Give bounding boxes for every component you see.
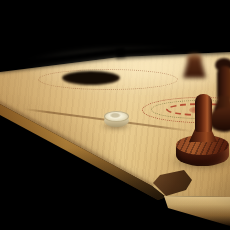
background-striker-body: [183, 59, 206, 78]
board-front-side-face: [158, 192, 230, 228]
board-photo-stage: [0, 0, 230, 230]
foreground-striker[interactable]: [170, 90, 230, 174]
white-playing-disc[interactable]: [100, 108, 134, 132]
striker-stem: [195, 94, 212, 132]
pocket-hole: [62, 71, 120, 85]
disc-top: [104, 111, 129, 122]
background-striker[interactable]: [180, 54, 210, 78]
